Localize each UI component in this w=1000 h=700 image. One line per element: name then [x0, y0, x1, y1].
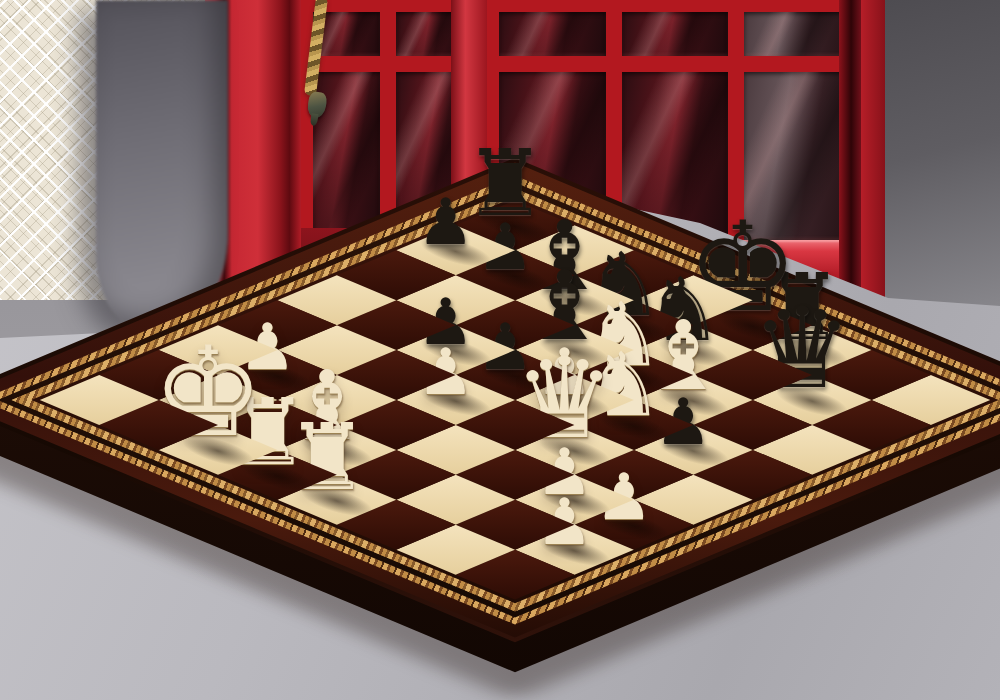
piece-glyph-pawn: ♟: [366, 190, 526, 254]
glass-reflection: [622, 12, 729, 56]
gray-chair-back: [96, 0, 228, 330]
glass-reflection: [499, 12, 606, 56]
scene: ♜♚♜♟♟♝♞♞♛♝♞♝♟♟♟♞♟♟♛♟♟♟♝♟♚♜♜: [0, 0, 1000, 700]
shadowed-wall-right: [885, 0, 1000, 335]
glass-reflection: [744, 12, 851, 56]
glass-pane: [744, 12, 851, 56]
bronze-pendant: [306, 91, 328, 119]
twisted-brass-rope: [304, 0, 328, 96]
glass-pane: [499, 12, 606, 56]
brass-key-tassel: [292, 0, 338, 140]
glass-pane: [622, 12, 729, 56]
